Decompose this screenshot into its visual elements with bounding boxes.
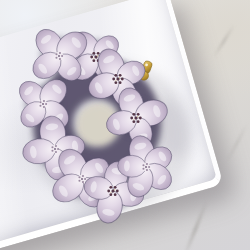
stamen-cluster (39, 100, 47, 108)
photo-frame (0, 0, 250, 250)
stamen-cluster (142, 163, 150, 171)
stamen-cluster (51, 145, 59, 153)
brooch-svg (0, 0, 250, 250)
stamen-cluster (78, 175, 86, 183)
stamen-cluster (55, 52, 63, 60)
